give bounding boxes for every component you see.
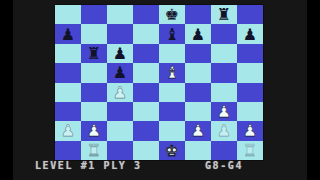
square-h2[interactable]: ♟ (237, 121, 263, 140)
move-readout: G8-G4 (205, 160, 243, 172)
white-pawn-a2[interactable]: ♟ (61, 121, 75, 140)
square-a8[interactable] (55, 5, 81, 24)
square-c8[interactable] (107, 5, 133, 24)
square-c1[interactable] (107, 141, 133, 160)
square-e8[interactable]: ♚ (159, 5, 185, 24)
black-rook-b6[interactable]: ♜ (87, 44, 101, 63)
square-b6[interactable]: ♜ (81, 44, 107, 63)
white-pawn-c4[interactable]: ♟ (113, 83, 127, 102)
square-d7[interactable] (133, 24, 159, 43)
square-d4[interactable] (133, 83, 159, 102)
level-ply-status: LEVEL #1 PLY 3 (35, 160, 142, 172)
square-f1[interactable] (185, 141, 211, 160)
black-king-e8[interactable]: ♚ (165, 5, 179, 24)
black-bishop-e7[interactable]: ♝ (165, 25, 179, 44)
square-a2[interactable]: ♟ (55, 121, 81, 140)
square-f5[interactable] (185, 63, 211, 82)
square-f6[interactable] (185, 44, 211, 63)
square-c3[interactable] (107, 102, 133, 121)
white-pawn-g2[interactable]: ♟ (217, 121, 231, 140)
square-f3[interactable] (185, 102, 211, 121)
square-h4[interactable] (237, 83, 263, 102)
square-e6[interactable] (159, 44, 185, 63)
square-f8[interactable] (185, 5, 211, 24)
square-a3[interactable] (55, 102, 81, 121)
square-h1[interactable]: ♜ (237, 141, 263, 160)
square-h8[interactable] (237, 5, 263, 24)
square-b5[interactable] (81, 63, 107, 82)
square-c7[interactable] (107, 24, 133, 43)
square-f4[interactable] (185, 83, 211, 102)
square-a7[interactable]: ♟ (55, 24, 81, 43)
square-d6[interactable] (133, 44, 159, 63)
white-king-e1[interactable]: ♚ (165, 141, 179, 160)
square-d3[interactable] (133, 102, 159, 121)
square-g4[interactable] (211, 83, 237, 102)
square-h3[interactable] (237, 102, 263, 121)
square-b1[interactable]: ♜ (81, 141, 107, 160)
square-d2[interactable] (133, 121, 159, 140)
square-g3[interactable]: ♟ (211, 102, 237, 121)
square-d1[interactable] (133, 141, 159, 160)
black-pawn-h7[interactable]: ♟ (243, 25, 257, 44)
square-e7[interactable]: ♝ (159, 24, 185, 43)
square-e2[interactable] (159, 121, 185, 140)
white-pawn-g3[interactable]: ♟ (217, 102, 231, 121)
white-pawn-h2[interactable]: ♟ (243, 121, 257, 140)
square-g1[interactable] (211, 141, 237, 160)
square-d8[interactable] (133, 5, 159, 24)
square-e3[interactable] (159, 102, 185, 121)
square-c4[interactable]: ♟ (107, 83, 133, 102)
square-b2[interactable]: ♟ (81, 121, 107, 140)
black-pawn-f7[interactable]: ♟ (191, 25, 205, 44)
white-rook-b1[interactable]: ♜ (87, 141, 101, 160)
black-pawn-c5[interactable]: ♟ (113, 63, 127, 82)
square-a4[interactable] (55, 83, 81, 102)
white-pawn-b2[interactable]: ♟ (87, 121, 101, 140)
square-e5[interactable]: ♝ (159, 63, 185, 82)
black-pawn-a7[interactable]: ♟ (61, 25, 75, 44)
square-e1[interactable]: ♚ (159, 141, 185, 160)
square-h7[interactable]: ♟ (237, 24, 263, 43)
square-b7[interactable] (81, 24, 107, 43)
square-g8[interactable]: ♜ (211, 5, 237, 24)
chess-board: ♚♜♟♝♟♟♜♟♟♝♟♟♟♟♟♟♟♜♚♜ (55, 5, 263, 160)
game-screen: ♚♜♟♝♟♟♜♟♟♝♟♟♟♟♟♟♟♜♚♜ LEVEL #1 PLY 3 G8-G… (13, 0, 307, 180)
square-b8[interactable] (81, 5, 107, 24)
square-b3[interactable] (81, 102, 107, 121)
square-d5[interactable] (133, 63, 159, 82)
square-g5[interactable] (211, 63, 237, 82)
square-g2[interactable]: ♟ (211, 121, 237, 140)
white-bishop-e5[interactable]: ♝ (165, 63, 179, 82)
square-f2[interactable]: ♟ (185, 121, 211, 140)
square-a1[interactable] (55, 141, 81, 160)
square-a6[interactable] (55, 44, 81, 63)
square-h5[interactable] (237, 63, 263, 82)
white-rook-h1[interactable]: ♜ (243, 141, 257, 160)
black-pawn-c6[interactable]: ♟ (113, 44, 127, 63)
square-c6[interactable]: ♟ (107, 44, 133, 63)
square-h6[interactable] (237, 44, 263, 63)
square-g7[interactable] (211, 24, 237, 43)
square-e4[interactable] (159, 83, 185, 102)
black-rook-g8[interactable]: ♜ (217, 5, 231, 24)
square-c2[interactable] (107, 121, 133, 140)
white-pawn-f2[interactable]: ♟ (191, 121, 205, 140)
square-a5[interactable] (55, 63, 81, 82)
square-f7[interactable]: ♟ (185, 24, 211, 43)
square-c5[interactable]: ♟ (107, 63, 133, 82)
square-b4[interactable] (81, 83, 107, 102)
square-g6[interactable] (211, 44, 237, 63)
